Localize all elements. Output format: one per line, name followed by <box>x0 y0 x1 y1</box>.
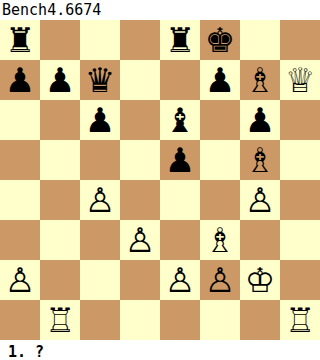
square-a5[interactable] <box>0 140 40 180</box>
square-c6[interactable]: ♟ <box>80 100 120 140</box>
square-f4[interactable] <box>200 180 240 220</box>
square-h6[interactable] <box>280 100 320 140</box>
square-b6[interactable] <box>40 100 80 140</box>
white-rook-icon: ♖ <box>285 300 315 340</box>
square-d2[interactable] <box>120 260 160 300</box>
white-pawn-icon: ♙ <box>245 180 275 220</box>
white-queen-icon: ♕ <box>285 60 315 100</box>
square-c5[interactable] <box>80 140 120 180</box>
square-c8[interactable] <box>80 20 120 60</box>
square-d1[interactable] <box>120 300 160 340</box>
square-g8[interactable] <box>240 20 280 60</box>
white-pawn-icon: ♙ <box>205 260 235 300</box>
square-a7[interactable]: ♟ <box>0 60 40 100</box>
move-prompt: 1. ? <box>0 342 320 360</box>
white-king-icon: ♔ <box>245 260 275 300</box>
square-c7[interactable]: ♛ <box>80 60 120 100</box>
square-h2[interactable] <box>280 260 320 300</box>
black-pawn-icon: ♟ <box>5 60 35 100</box>
black-rook-icon: ♜ <box>5 20 35 60</box>
square-b8[interactable] <box>40 20 80 60</box>
square-f7[interactable]: ♟ <box>200 60 240 100</box>
white-bishop-icon: ♗ <box>245 60 275 100</box>
square-e8[interactable]: ♜ <box>160 20 200 60</box>
square-d5[interactable] <box>120 140 160 180</box>
square-d6[interactable] <box>120 100 160 140</box>
page-title: Bench4.6674 <box>0 0 320 20</box>
square-f2[interactable]: ♙ <box>200 260 240 300</box>
square-a6[interactable] <box>0 100 40 140</box>
black-pawn-icon: ♟ <box>245 100 275 140</box>
square-f1[interactable] <box>200 300 240 340</box>
square-g1[interactable] <box>240 300 280 340</box>
black-pawn-icon: ♟ <box>45 60 75 100</box>
square-d3[interactable]: ♙ <box>120 220 160 260</box>
square-f3[interactable]: ♗ <box>200 220 240 260</box>
square-c1[interactable] <box>80 300 120 340</box>
square-f5[interactable] <box>200 140 240 180</box>
square-h8[interactable] <box>280 20 320 60</box>
square-b1[interactable]: ♖ <box>40 300 80 340</box>
white-pawn-icon: ♙ <box>165 260 195 300</box>
square-a8[interactable]: ♜ <box>0 20 40 60</box>
white-rook-icon: ♖ <box>45 300 75 340</box>
square-b7[interactable]: ♟ <box>40 60 80 100</box>
black-bishop-icon: ♝ <box>165 100 195 140</box>
square-b2[interactable] <box>40 260 80 300</box>
square-d4[interactable] <box>120 180 160 220</box>
square-e5[interactable]: ♟ <box>160 140 200 180</box>
black-pawn-icon: ♟ <box>85 100 115 140</box>
black-pawn-icon: ♟ <box>205 60 235 100</box>
square-b3[interactable] <box>40 220 80 260</box>
black-king-icon: ♚ <box>205 20 235 60</box>
square-e7[interactable] <box>160 60 200 100</box>
square-a2[interactable]: ♙ <box>0 260 40 300</box>
square-e6[interactable]: ♝ <box>160 100 200 140</box>
square-e1[interactable] <box>160 300 200 340</box>
black-queen-icon: ♛ <box>85 60 115 100</box>
square-e4[interactable] <box>160 180 200 220</box>
square-g7[interactable]: ♗ <box>240 60 280 100</box>
black-rook-icon: ♜ <box>165 20 195 60</box>
black-pawn-icon: ♟ <box>165 140 195 180</box>
square-h1[interactable]: ♖ <box>280 300 320 340</box>
square-h5[interactable] <box>280 140 320 180</box>
square-e3[interactable] <box>160 220 200 260</box>
square-d7[interactable] <box>120 60 160 100</box>
square-g4[interactable]: ♙ <box>240 180 280 220</box>
square-d8[interactable] <box>120 20 160 60</box>
square-e2[interactable]: ♙ <box>160 260 200 300</box>
white-pawn-icon: ♙ <box>125 220 155 260</box>
square-h3[interactable] <box>280 220 320 260</box>
square-g3[interactable] <box>240 220 280 260</box>
white-bishop-icon: ♗ <box>245 140 275 180</box>
square-c2[interactable] <box>80 260 120 300</box>
square-g2[interactable]: ♔ <box>240 260 280 300</box>
square-a1[interactable] <box>0 300 40 340</box>
square-f6[interactable] <box>200 100 240 140</box>
white-bishop-icon: ♗ <box>205 220 235 260</box>
square-h7[interactable]: ♕ <box>280 60 320 100</box>
square-b5[interactable] <box>40 140 80 180</box>
square-c3[interactable] <box>80 220 120 260</box>
square-b4[interactable] <box>40 180 80 220</box>
square-a4[interactable] <box>0 180 40 220</box>
square-g6[interactable]: ♟ <box>240 100 280 140</box>
chess-board: ♜♜♚♟♟♛♟♗♕♟♝♟♟♗♙♙♙♗♙♙♙♔♖♖ <box>0 20 320 340</box>
white-pawn-icon: ♙ <box>85 180 115 220</box>
square-c4[interactable]: ♙ <box>80 180 120 220</box>
square-a3[interactable] <box>0 220 40 260</box>
square-f8[interactable]: ♚ <box>200 20 240 60</box>
square-g5[interactable]: ♗ <box>240 140 280 180</box>
white-pawn-icon: ♙ <box>5 260 35 300</box>
square-h4[interactable] <box>280 180 320 220</box>
